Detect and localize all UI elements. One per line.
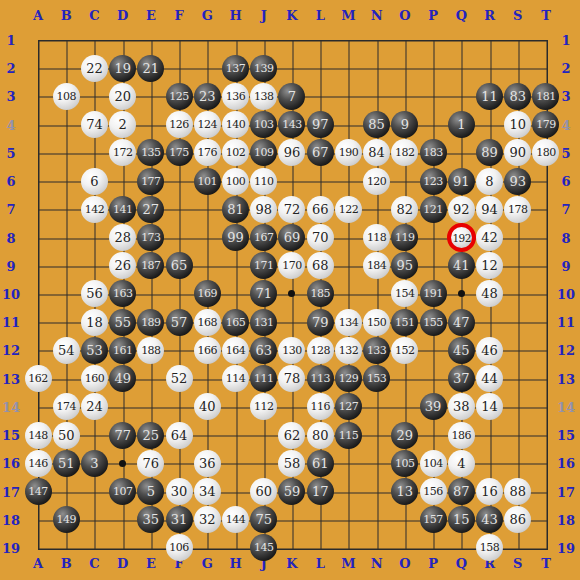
stone-P18: 157 — [420, 506, 447, 533]
row-label-left-7: 7 — [6, 202, 15, 217]
row-label-left-13: 13 — [2, 371, 20, 386]
stone-D7: 141 — [109, 196, 136, 223]
stone-E15: 25 — [137, 422, 164, 449]
stone-E6: 177 — [137, 168, 164, 195]
stone-M15: 115 — [335, 422, 362, 449]
stone-R18: 43 — [476, 506, 503, 533]
row-label-left-4: 4 — [6, 117, 15, 132]
stone-C10: 56 — [81, 280, 108, 307]
stone-N6: 120 — [363, 168, 390, 195]
stone-Q11: 47 — [448, 309, 475, 336]
stone-H3: 136 — [222, 83, 249, 110]
row-label-left-1: 1 — [6, 33, 15, 48]
stone-S5: 90 — [504, 139, 531, 166]
stone-P14: 39 — [420, 393, 447, 420]
stone-D8: 28 — [109, 224, 136, 251]
stone-K8: 69 — [278, 224, 305, 251]
stone-O5: 182 — [391, 139, 418, 166]
col-label-top-Q: Q — [456, 8, 467, 23]
col-label-top-L: L — [316, 8, 325, 23]
stone-B3: 108 — [53, 83, 80, 110]
stone-H6: 100 — [222, 168, 249, 195]
stone-E8: 173 — [137, 224, 164, 251]
stone-O12: 152 — [391, 337, 418, 364]
stone-F17: 30 — [166, 478, 193, 505]
stone-T4: 179 — [532, 111, 559, 138]
stone-J4: 103 — [250, 111, 277, 138]
stone-H18: 144 — [222, 506, 249, 533]
row-label-left-18: 18 — [2, 512, 20, 527]
row-label-left-2: 2 — [6, 61, 15, 76]
stone-K4: 143 — [278, 111, 305, 138]
stone-O8: 119 — [391, 224, 418, 251]
col-label-top-E: E — [146, 8, 156, 23]
stone-D15: 77 — [109, 422, 136, 449]
row-label-right-1: 1 — [561, 33, 570, 48]
stone-R7: 94 — [476, 196, 503, 223]
stone-S6: 93 — [504, 168, 531, 195]
stone-L4: 97 — [307, 111, 334, 138]
stone-S17: 88 — [504, 478, 531, 505]
stone-C6: 6 — [81, 168, 108, 195]
stone-L12: 128 — [307, 337, 334, 364]
stone-O11: 151 — [391, 309, 418, 336]
stone-J10: 71 — [250, 280, 277, 307]
row-label-left-14: 14 — [2, 399, 20, 414]
stone-F19: 106 — [166, 534, 193, 561]
stone-E7: 27 — [137, 196, 164, 223]
stone-S7: 178 — [504, 196, 531, 223]
stone-L17: 17 — [307, 478, 334, 505]
stone-P11: 155 — [420, 309, 447, 336]
stone-J17: 60 — [250, 478, 277, 505]
stone-L5: 67 — [307, 139, 334, 166]
stone-F4: 126 — [166, 111, 193, 138]
stone-P16: 104 — [420, 450, 447, 477]
stone-Q7: 92 — [448, 196, 475, 223]
stone-K12: 130 — [278, 337, 305, 364]
row-label-left-12: 12 — [2, 343, 20, 358]
stone-D11: 55 — [109, 309, 136, 336]
stone-J18: 75 — [250, 506, 277, 533]
stone-C16: 3 — [81, 450, 108, 477]
stone-O16: 105 — [391, 450, 418, 477]
stone-H7: 81 — [222, 196, 249, 223]
stone-A13: 162 — [25, 365, 52, 392]
stone-K7: 72 — [278, 196, 305, 223]
stone-R3: 11 — [476, 83, 503, 110]
col-label-top-S: S — [513, 8, 522, 23]
stone-D10: 163 — [109, 280, 136, 307]
stone-L13: 113 — [307, 365, 334, 392]
stone-G5: 176 — [194, 139, 221, 166]
stone-E5: 135 — [137, 139, 164, 166]
row-label-left-11: 11 — [2, 315, 20, 330]
stone-G11: 168 — [194, 309, 221, 336]
col-label-top-T: T — [541, 8, 551, 23]
row-label-right-8: 8 — [561, 230, 570, 245]
stone-M11: 134 — [335, 309, 362, 336]
stone-E17: 5 — [137, 478, 164, 505]
stone-K16: 58 — [278, 450, 305, 477]
stone-G10: 169 — [194, 280, 221, 307]
row-label-right-6: 6 — [561, 174, 570, 189]
stone-E18: 35 — [137, 506, 164, 533]
col-label-top-D: D — [117, 8, 128, 23]
row-label-right-5: 5 — [561, 145, 570, 160]
col-label-top-C: C — [89, 8, 99, 23]
stone-G18: 32 — [194, 506, 221, 533]
stone-J8: 167 — [250, 224, 277, 251]
stone-Q6: 91 — [448, 168, 475, 195]
stone-D3: 20 — [109, 83, 136, 110]
stone-R6: 8 — [476, 168, 503, 195]
stone-C12: 53 — [81, 337, 108, 364]
stone-J3: 138 — [250, 83, 277, 110]
stone-G6: 101 — [194, 168, 221, 195]
stone-B18: 149 — [53, 506, 80, 533]
stone-C2: 22 — [81, 55, 108, 82]
stone-T5: 180 — [532, 139, 559, 166]
stone-G17: 34 — [194, 478, 221, 505]
stone-R9: 12 — [476, 252, 503, 279]
stone-B12: 54 — [53, 337, 80, 364]
stone-N9: 184 — [363, 252, 390, 279]
stone-H13: 114 — [222, 365, 249, 392]
stone-J19: 145 — [250, 534, 277, 561]
stone-D4: 2 — [109, 111, 136, 138]
stone-S3: 83 — [504, 83, 531, 110]
stone-L10: 185 — [307, 280, 334, 307]
stone-C7: 142 — [81, 196, 108, 223]
stone-M7: 122 — [335, 196, 362, 223]
col-label-top-F: F — [174, 8, 183, 23]
col-label-top-N: N — [371, 8, 383, 23]
stone-K15: 62 — [278, 422, 305, 449]
stone-H8: 99 — [222, 224, 249, 251]
row-label-left-19: 19 — [2, 540, 20, 555]
stone-C14: 24 — [81, 393, 108, 420]
col-label-top-J: J — [261, 8, 267, 23]
stone-M13: 129 — [335, 365, 362, 392]
stone-K9: 170 — [278, 252, 305, 279]
stone-D5: 172 — [109, 139, 136, 166]
stone-F11: 57 — [166, 309, 193, 336]
stone-D2: 19 — [109, 55, 136, 82]
stone-H12: 164 — [222, 337, 249, 364]
stone-C11: 18 — [81, 309, 108, 336]
stone-M5: 190 — [335, 139, 362, 166]
stone-O10: 154 — [391, 280, 418, 307]
stone-Q12: 45 — [448, 337, 475, 364]
stone-D12: 161 — [109, 337, 136, 364]
stone-G4: 124 — [194, 111, 221, 138]
stone-N4: 85 — [363, 111, 390, 138]
stone-M12: 132 — [335, 337, 362, 364]
stone-L7: 66 — [307, 196, 334, 223]
stone-B14: 174 — [53, 393, 80, 420]
stone-P5: 183 — [420, 139, 447, 166]
row-label-right-3: 3 — [561, 89, 570, 104]
row-label-left-6: 6 — [6, 174, 15, 189]
stone-J5: 109 — [250, 139, 277, 166]
go-board-diagram: AABBCCDDEEFFGGHHJJKKLLMMNNOOPPQQRRSSTT11… — [0, 0, 580, 580]
stone-R5: 89 — [476, 139, 503, 166]
stone-Q4: 1 — [448, 111, 475, 138]
stone-J12: 63 — [250, 337, 277, 364]
stone-N12: 133 — [363, 337, 390, 364]
stone-N5: 84 — [363, 139, 390, 166]
stone-C13: 160 — [81, 365, 108, 392]
stone-J11: 131 — [250, 309, 277, 336]
stone-B16: 51 — [53, 450, 80, 477]
stone-A17: 147 — [25, 478, 52, 505]
stone-D13: 49 — [109, 365, 136, 392]
stone-Q18: 15 — [448, 506, 475, 533]
row-label-left-8: 8 — [6, 230, 15, 245]
stone-E11: 189 — [137, 309, 164, 336]
stone-S18: 86 — [504, 506, 531, 533]
stone-L16: 61 — [307, 450, 334, 477]
stone-O17: 13 — [391, 478, 418, 505]
stone-R14: 14 — [476, 393, 503, 420]
stone-P17: 156 — [420, 478, 447, 505]
stone-E9: 187 — [137, 252, 164, 279]
row-label-left-3: 3 — [6, 89, 15, 104]
col-label-top-A: A — [33, 8, 43, 23]
row-label-right-4: 4 — [561, 117, 570, 132]
col-label-top-R: R — [484, 8, 495, 23]
stones-layer: 1234567891011121314151617181920212223242… — [24, 26, 560, 562]
stone-R12: 46 — [476, 337, 503, 364]
stone-N11: 150 — [363, 309, 390, 336]
col-label-top-G: G — [202, 8, 213, 23]
col-label-top-M: M — [341, 8, 355, 23]
col-label-top-P: P — [428, 8, 438, 23]
stone-R10: 48 — [476, 280, 503, 307]
stone-S4: 10 — [504, 111, 531, 138]
stone-E16: 76 — [137, 450, 164, 477]
stone-L8: 70 — [307, 224, 334, 251]
stone-P7: 121 — [420, 196, 447, 223]
stone-J6: 110 — [250, 168, 277, 195]
stone-C4: 74 — [81, 111, 108, 138]
col-label-top-H: H — [229, 8, 241, 23]
row-label-right-7: 7 — [561, 202, 570, 217]
stone-O7: 82 — [391, 196, 418, 223]
stone-G14: 40 — [194, 393, 221, 420]
stone-A15: 148 — [25, 422, 52, 449]
stone-K17: 59 — [278, 478, 305, 505]
stone-F13: 52 — [166, 365, 193, 392]
stone-A16: 146 — [25, 450, 52, 477]
stone-Q13: 37 — [448, 365, 475, 392]
stone-Q14: 38 — [448, 393, 475, 420]
stone-L15: 80 — [307, 422, 334, 449]
stone-O15: 29 — [391, 422, 418, 449]
col-label-top-K: K — [286, 8, 297, 23]
stone-G16: 36 — [194, 450, 221, 477]
stone-K13: 78 — [278, 365, 305, 392]
stone-J13: 111 — [250, 365, 277, 392]
stone-H5: 102 — [222, 139, 249, 166]
stone-E2: 21 — [137, 55, 164, 82]
stone-J7: 98 — [250, 196, 277, 223]
stone-B15: 50 — [53, 422, 80, 449]
stone-H11: 165 — [222, 309, 249, 336]
row-label-left-17: 17 — [2, 484, 20, 499]
stone-D17: 107 — [109, 478, 136, 505]
col-label-top-O: O — [399, 8, 410, 23]
stone-H2: 137 — [222, 55, 249, 82]
stone-F18: 31 — [166, 506, 193, 533]
stone-K3: 7 — [278, 83, 305, 110]
stone-Q15: 186 — [448, 422, 475, 449]
row-label-right-9: 9 — [561, 258, 570, 273]
stone-N13: 153 — [363, 365, 390, 392]
stone-M14: 127 — [335, 393, 362, 420]
stone-J9: 171 — [250, 252, 277, 279]
stone-H4: 140 — [222, 111, 249, 138]
stone-G12: 166 — [194, 337, 221, 364]
row-label-left-9: 9 — [6, 258, 15, 273]
stone-Q16: 4 — [448, 450, 475, 477]
stone-R17: 16 — [476, 478, 503, 505]
col-label-top-B: B — [61, 8, 72, 23]
stone-O4: 9 — [391, 111, 418, 138]
stone-F3: 125 — [166, 83, 193, 110]
stone-P6: 123 — [420, 168, 447, 195]
stone-J14: 112 — [250, 393, 277, 420]
stone-F15: 64 — [166, 422, 193, 449]
stone-K5: 96 — [278, 139, 305, 166]
stone-F9: 65 — [166, 252, 193, 279]
stone-J2: 139 — [250, 55, 277, 82]
stone-E12: 188 — [137, 337, 164, 364]
stone-T3: 181 — [532, 83, 559, 110]
stone-L9: 68 — [307, 252, 334, 279]
stone-O9: 95 — [391, 252, 418, 279]
stone-R8: 42 — [476, 224, 503, 251]
stone-F5: 175 — [166, 139, 193, 166]
row-label-left-10: 10 — [2, 286, 20, 301]
stone-L14: 116 — [307, 393, 334, 420]
row-label-left-16: 16 — [2, 456, 20, 471]
stone-L11: 79 — [307, 309, 334, 336]
row-label-right-2: 2 — [561, 61, 570, 76]
stone-Q17: 87 — [448, 478, 475, 505]
stone-R19: 158 — [476, 534, 503, 561]
stone-N8: 118 — [363, 224, 390, 251]
stone-P10: 191 — [420, 280, 447, 307]
stone-Q9: 41 — [448, 252, 475, 279]
row-label-left-15: 15 — [2, 428, 20, 443]
stone-G3: 23 — [194, 83, 221, 110]
stone-R13: 44 — [476, 365, 503, 392]
row-label-left-5: 5 — [6, 145, 15, 160]
stone-D9: 26 — [109, 252, 136, 279]
last-move-stone-Q8: 192 — [447, 223, 476, 252]
